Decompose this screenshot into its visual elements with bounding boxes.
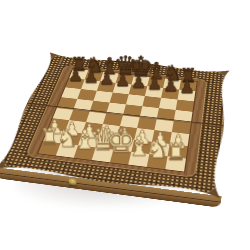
chess-box: ♜♞♝♛♚♝♞♜♟♟♟♟♟♟♟♟♟♟♟♟♟♟♟♟♜♞♝♛♚♝♞♜ bbox=[0, 48, 236, 207]
photo-scene: ♜♞♝♛♚♝♞♜♟♟♟♟♟♟♟♟♟♟♟♟♟♟♟♟♜♞♝♛♚♝♞♜ bbox=[0, 0, 250, 250]
piece-black-pawn[interactable]: ♟ bbox=[169, 78, 204, 95]
board-stage: ♜♞♝♛♚♝♞♜♟♟♟♟♟♟♟♟♟♟♟♟♟♟♟♟♜♞♝♛♚♝♞♜ bbox=[0, 0, 250, 250]
cell-h1: ♜ bbox=[165, 156, 186, 171]
brass-latch[interactable] bbox=[69, 178, 77, 186]
piece-white-rook[interactable]: ♜ bbox=[156, 141, 195, 164]
